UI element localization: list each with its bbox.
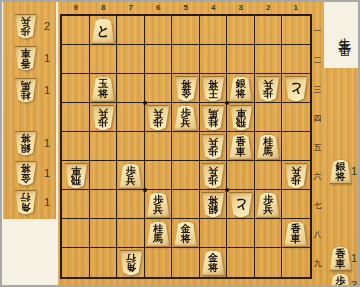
rank-label: 三 [311, 84, 324, 95]
board-cell[interactable] [117, 190, 145, 219]
file-label: 3 [233, 3, 249, 12]
board-cell[interactable] [282, 132, 310, 161]
piece-kanji: 車 [336, 259, 346, 269]
board-cell[interactable] [255, 161, 283, 190]
piece-kanji: 兵 [291, 166, 301, 176]
board-cell[interactable] [62, 219, 90, 248]
board-cell[interactable] [62, 190, 90, 219]
board-cell[interactable] [62, 16, 90, 45]
board-cell[interactable] [172, 16, 200, 45]
board-cell[interactable] [145, 161, 173, 190]
board-cell[interactable] [200, 16, 228, 45]
piece-kanji: と [97, 24, 110, 38]
board-cell[interactable] [62, 132, 90, 161]
board-cell[interactable] [282, 16, 310, 45]
shogi-piece-gote[interactable]: 歩兵 [14, 14, 37, 39]
file-label: 4 [205, 3, 221, 12]
rank-label: 七 [311, 200, 324, 211]
shogi-board: 987654321 一二三四五六七八九 と玉将金将王将銀将歩兵と歩兵歩兵桂馬飛車… [58, 2, 324, 285]
hoshi-dot [225, 101, 229, 105]
shogi-piece-gote[interactable]: 桂馬 [14, 78, 37, 103]
board-cell[interactable] [282, 103, 310, 132]
capture-count: 1 [347, 252, 360, 264]
piece-kanji: 行 [21, 193, 31, 203]
rank-label: 四 [311, 113, 324, 124]
piece-kanji: 金 [21, 174, 31, 184]
hoshi-dot [225, 188, 229, 192]
capture-count: 1 [40, 52, 54, 64]
board-cell[interactable] [117, 45, 145, 74]
piece-kanji: 将 [98, 89, 108, 99]
board-cell[interactable] [227, 219, 255, 248]
piece-kanji: 兵 [153, 205, 163, 215]
board-cell[interactable] [255, 45, 283, 74]
piece-kanji: 将 [181, 234, 191, 244]
rank-label: 六 [311, 171, 324, 182]
piece-kanji: 兵 [263, 205, 273, 215]
board-cell[interactable] [200, 219, 228, 248]
piece-kanji: 将 [208, 79, 218, 89]
piece-kanji: 桂 [21, 91, 31, 101]
piece-kanji: 兵 [208, 166, 218, 176]
board-cell[interactable] [255, 248, 283, 277]
board-cell[interactable] [117, 16, 145, 45]
board-cell[interactable] [172, 161, 200, 190]
piece-kanji: 車 [236, 147, 246, 157]
piece-kanji: 将 [208, 195, 218, 205]
rank-label: 二 [311, 55, 324, 66]
piece-kanji: 角 [21, 203, 31, 213]
file-label: 8 [95, 3, 111, 12]
piece-kanji: と [234, 198, 247, 212]
piece-kanji: 兵 [21, 17, 31, 27]
board-cell[interactable] [172, 132, 200, 161]
board-cell[interactable] [90, 45, 118, 74]
board-cell[interactable] [90, 219, 118, 248]
piece-kanji: 将 [208, 263, 218, 273]
board-cell[interactable] [62, 45, 90, 74]
board-cell[interactable] [227, 45, 255, 74]
board-cell[interactable] [145, 16, 173, 45]
piece-kanji: と [289, 82, 302, 96]
board-cell[interactable] [255, 16, 283, 45]
piece-kanji: 歩 [21, 27, 31, 37]
turn-indicator: 先手番 [335, 27, 353, 36]
rank-label: 八 [311, 229, 324, 240]
board-cell[interactable] [117, 132, 145, 161]
file-label: 5 [178, 3, 194, 12]
piece-kanji: 行 [126, 253, 136, 263]
file-label: 6 [150, 3, 166, 12]
piece-kanji: 車 [236, 108, 246, 118]
board-cell[interactable] [255, 103, 283, 132]
shogi-piece-gote[interactable]: 角行 [14, 190, 37, 215]
board-cell[interactable] [227, 161, 255, 190]
board-cell[interactable] [90, 248, 118, 277]
board-cell[interactable] [90, 161, 118, 190]
shogi-app: 歩兵2香車1桂馬1銀将1金将1角行1 987654321 一二三四五六七八九 と… [0, 0, 360, 287]
shogi-piece-gote[interactable]: 香車 [14, 46, 37, 71]
piece-kanji: 馬 [153, 234, 163, 244]
capture-count: 1 [40, 167, 54, 179]
piece-kanji: 馬 [21, 81, 31, 91]
piece-kanji: 兵 [181, 118, 191, 128]
board-cell[interactable] [62, 74, 90, 103]
board-cell[interactable] [145, 132, 173, 161]
rank-label: 五 [311, 142, 324, 153]
board-cell[interactable] [117, 219, 145, 248]
board-cell[interactable] [227, 16, 255, 45]
piece-kanji: 兵 [126, 176, 136, 186]
file-label: 2 [260, 3, 276, 12]
board-cell[interactable] [145, 45, 173, 74]
piece-kanji: 車 [21, 49, 31, 59]
board-cell[interactable] [227, 248, 255, 277]
board-cell[interactable] [172, 190, 200, 219]
board-cell[interactable] [62, 248, 90, 277]
piece-kanji: 車 [291, 234, 301, 244]
capture-count: 1 [40, 196, 54, 208]
piece-kanji: 将 [181, 79, 191, 89]
capture-count: 1 [347, 165, 360, 177]
piece-kanji: 馬 [263, 147, 273, 157]
piece-kanji: 将 [21, 164, 31, 174]
piece-kanji: 馬 [208, 108, 218, 118]
board-cell[interactable] [200, 45, 228, 74]
board-cell[interactable] [117, 103, 145, 132]
piece-kanji: 兵 [263, 79, 273, 89]
capture-count: 1 [40, 84, 54, 96]
rank-label: 一 [311, 26, 324, 37]
rank-label: 九 [311, 258, 324, 269]
piece-kanji: 兵 [98, 108, 108, 118]
board-cell[interactable] [255, 219, 283, 248]
board-cell[interactable] [117, 74, 145, 103]
hoshi-dot [143, 101, 147, 105]
shogi-piece-gote[interactable]: 金将 [14, 161, 37, 186]
gote-captured-stand: 歩兵2香車1桂馬1銀将1金将1角行1 [3, 2, 56, 219]
file-label: 1 [288, 3, 304, 12]
piece-kanji: 兵 [208, 137, 218, 147]
piece-kanji: 車 [71, 166, 81, 176]
board-cell[interactable] [90, 132, 118, 161]
board-cell[interactable] [282, 190, 310, 219]
piece-kanji: 将 [336, 172, 346, 182]
board-cell[interactable] [62, 103, 90, 132]
file-label: 9 [68, 3, 84, 12]
piece-kanji: 将 [236, 89, 246, 99]
board-cell[interactable] [282, 248, 310, 277]
hoshi-dot [143, 188, 147, 192]
board-cell[interactable] [172, 248, 200, 277]
sente-captured-stand: 銀将1香車1歩兵3 [324, 68, 360, 287]
board-cell[interactable] [282, 45, 310, 74]
capture-count: 1 [40, 137, 54, 149]
capture-count: 3 [347, 279, 360, 287]
shogi-piece-gote[interactable]: 銀将 [14, 131, 37, 156]
piece-kanji: 将 [21, 134, 31, 144]
board-cell[interactable] [145, 74, 173, 103]
file-label: 7 [123, 3, 139, 12]
board-cell[interactable] [172, 45, 200, 74]
piece-kanji: 香 [21, 59, 31, 69]
capture-count: 2 [40, 20, 54, 32]
piece-kanji: 兵 [153, 108, 163, 118]
piece-kanji: 銀 [21, 144, 31, 154]
board-cell[interactable] [90, 190, 118, 219]
board-cell[interactable] [145, 248, 173, 277]
